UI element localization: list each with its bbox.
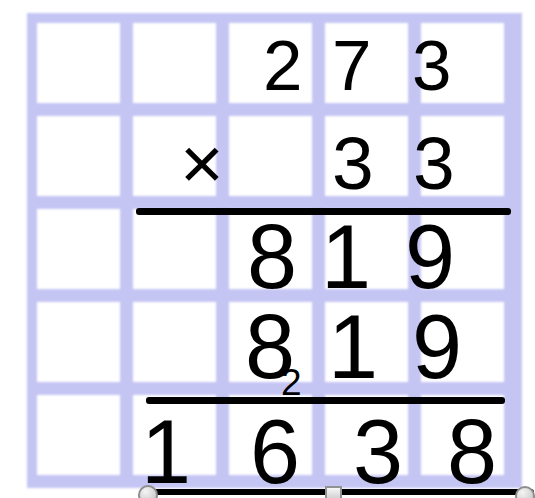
line-midpoint-handle[interactable] [325, 486, 342, 498]
product-line-2[interactable] [146, 397, 505, 404]
digit-r2c4[interactable]: 3 [332, 126, 374, 201]
digit-r3c3[interactable]: 8 [247, 212, 297, 302]
cell-r1c2 [133, 23, 216, 103]
digit-r1c5[interactable]: 3 [412, 30, 452, 101]
cell-r2c1 [37, 116, 120, 196]
digit-r4c4[interactable]: 1 [328, 302, 378, 392]
digit-r5c3[interactable]: 6 [250, 407, 300, 497]
digit-r4c5[interactable]: 9 [412, 302, 462, 392]
product-line-1[interactable] [136, 208, 511, 215]
digit-r5c2[interactable]: 1 [141, 407, 191, 497]
cell-r5c1 [37, 395, 120, 475]
cell-r1c1 [37, 23, 120, 103]
worksheet-stage: 273×3381982191638 [0, 0, 535, 498]
cell-r3c1 [37, 209, 120, 289]
cell-r3c2 [133, 209, 216, 289]
cell-r4c1 [37, 302, 120, 382]
digit-r3c5[interactable]: 9 [405, 212, 455, 302]
digit-r5c5[interactable]: 8 [447, 407, 497, 497]
line-endpoint-handle-right[interactable] [515, 486, 535, 498]
digit-r1c3[interactable]: 2 [263, 30, 303, 101]
digit-r3c4[interactable]: 1 [321, 212, 371, 302]
carry-2-subscript[interactable]: 2 [281, 364, 302, 401]
cell-r4c2 [133, 302, 216, 382]
multiply-sign[interactable]: × [180, 126, 224, 201]
cell-r2c3 [229, 116, 312, 196]
digit-r5c4[interactable]: 3 [353, 407, 403, 497]
digit-r2c5[interactable]: 3 [413, 126, 455, 201]
line-endpoint-handle-left[interactable] [138, 485, 158, 498]
digit-r1c4[interactable]: 7 [332, 30, 372, 101]
